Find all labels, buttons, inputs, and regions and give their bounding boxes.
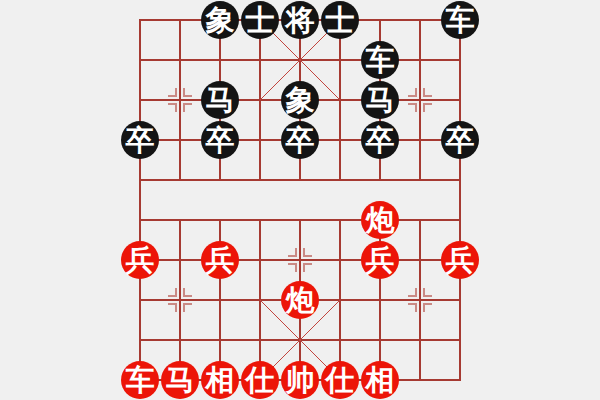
piece-red-elephant[interactable]: 相 <box>361 361 399 399</box>
piece-red-cannon[interactable]: 炮 <box>281 281 319 319</box>
piece-red-rook[interactable]: 车 <box>121 361 159 399</box>
piece-red-pawn[interactable]: 兵 <box>201 241 239 279</box>
piece-red-king[interactable]: 帅 <box>281 361 319 399</box>
piece-black-king[interactable]: 将 <box>281 1 319 39</box>
piece-black-elephant[interactable]: 象 <box>281 81 319 119</box>
piece-red-cannon[interactable]: 炮 <box>361 201 399 239</box>
piece-red-elephant[interactable]: 相 <box>201 361 239 399</box>
piece-black-elephant[interactable]: 象 <box>201 1 239 39</box>
piece-black-pawn[interactable]: 卒 <box>441 121 479 159</box>
piece-black-advisor[interactable]: 士 <box>321 1 359 39</box>
piece-red-pawn[interactable]: 兵 <box>361 241 399 279</box>
piece-red-pawn[interactable]: 兵 <box>441 241 479 279</box>
piece-black-rook[interactable]: 车 <box>441 1 479 39</box>
piece-red-pawn[interactable]: 兵 <box>121 241 159 279</box>
piece-black-horse[interactable]: 马 <box>361 81 399 119</box>
piece-black-advisor[interactable]: 士 <box>241 1 279 39</box>
piece-black-rook[interactable]: 车 <box>361 41 399 79</box>
pieces-layer: 象士将士车车马象马卒卒卒卒卒炮兵兵兵兵炮车马相仕帅仕相 <box>120 0 480 400</box>
piece-black-pawn[interactable]: 卒 <box>201 121 239 159</box>
piece-black-pawn[interactable]: 卒 <box>121 121 159 159</box>
piece-red-horse[interactable]: 马 <box>161 361 199 399</box>
piece-red-advisor[interactable]: 仕 <box>241 361 279 399</box>
xiangqi-board: 象士将士车车马象马卒卒卒卒卒炮兵兵兵兵炮车马相仕帅仕相 <box>0 0 600 400</box>
piece-black-pawn[interactable]: 卒 <box>281 121 319 159</box>
piece-black-pawn[interactable]: 卒 <box>361 121 399 159</box>
piece-black-horse[interactable]: 马 <box>201 81 239 119</box>
piece-red-advisor[interactable]: 仕 <box>321 361 359 399</box>
